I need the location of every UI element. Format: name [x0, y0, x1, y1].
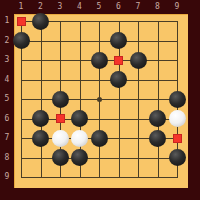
intersection-7-4[interactable] [129, 70, 148, 89]
coordinate-label-left: 9 [2, 172, 12, 182]
coordinate-label-top: 4 [75, 2, 85, 12]
black-stone [52, 91, 69, 108]
intersection-7-1[interactable] [129, 12, 148, 31]
intersection-4-3[interactable] [70, 51, 89, 70]
intersection-1-9[interactable] [12, 168, 31, 187]
intersection-8-3[interactable] [148, 51, 167, 70]
intersection-4-1[interactable] [70, 12, 89, 31]
black-stone [169, 91, 186, 108]
intersection-9-3[interactable] [168, 51, 187, 70]
intersection-5-1[interactable] [90, 12, 109, 31]
black-stone [71, 149, 88, 166]
coordinate-label-left: 5 [2, 94, 12, 104]
coordinate-label-top: 2 [36, 2, 46, 12]
black-stone [130, 52, 147, 69]
go-game-screen: 123456789123456789 [0, 0, 200, 200]
coordinate-label-top: 5 [94, 2, 104, 12]
intersection-3-9[interactable] [51, 168, 70, 187]
coordinate-label-left: 4 [2, 75, 12, 85]
intersection-6-8[interactable] [109, 148, 128, 167]
red-square-marker [17, 17, 26, 26]
red-square-marker [56, 114, 65, 123]
intersection-8-5[interactable] [148, 90, 167, 109]
intersection-7-8[interactable] [129, 148, 148, 167]
black-stone [169, 149, 186, 166]
intersection-6-9[interactable] [109, 168, 128, 187]
coordinate-label-left: 1 [2, 16, 12, 26]
black-stone [32, 13, 49, 30]
intersection-4-9[interactable] [70, 168, 89, 187]
coordinate-label-top: 3 [55, 2, 65, 12]
coordinate-label-top: 1 [16, 2, 26, 12]
black-stone [32, 130, 49, 147]
intersection-7-6[interactable] [129, 109, 148, 128]
intersection-8-9[interactable] [148, 168, 167, 187]
intersection-4-5[interactable] [70, 90, 89, 109]
coordinate-label-left: 2 [2, 36, 12, 46]
intersection-5-6[interactable] [90, 109, 109, 128]
black-stone [149, 110, 166, 127]
intersection-4-2[interactable] [70, 31, 89, 50]
black-stone [52, 149, 69, 166]
intersection-1-7[interactable] [12, 129, 31, 148]
coordinate-label-left: 6 [2, 114, 12, 124]
black-stone [71, 110, 88, 127]
intersection-2-9[interactable] [31, 168, 50, 187]
go-board [14, 14, 188, 188]
intersection-2-3[interactable] [31, 51, 50, 70]
intersection-2-8[interactable] [31, 148, 50, 167]
intersection-1-6[interactable] [12, 109, 31, 128]
coordinate-label-top: 6 [114, 2, 124, 12]
intersection-4-4[interactable] [70, 70, 89, 89]
white-stone [52, 130, 69, 147]
intersection-6-1[interactable] [109, 12, 128, 31]
intersection-1-3[interactable] [12, 51, 31, 70]
intersection-7-9[interactable] [129, 168, 148, 187]
intersection-7-2[interactable] [129, 31, 148, 50]
intersection-7-7[interactable] [129, 129, 148, 148]
black-stone [110, 32, 127, 49]
intersection-3-4[interactable] [51, 70, 70, 89]
intersection-5-5[interactable] [90, 90, 109, 109]
intersection-7-5[interactable] [129, 90, 148, 109]
intersection-2-4[interactable] [31, 70, 50, 89]
intersection-1-5[interactable] [12, 90, 31, 109]
intersection-3-3[interactable] [51, 51, 70, 70]
black-stone [91, 130, 108, 147]
intersection-9-1[interactable] [168, 12, 187, 31]
intersection-2-5[interactable] [31, 90, 50, 109]
intersection-9-9[interactable] [168, 168, 187, 187]
intersection-8-1[interactable] [148, 12, 167, 31]
black-stone [91, 52, 108, 69]
coordinate-label-top: 7 [133, 2, 143, 12]
intersection-6-5[interactable] [109, 90, 128, 109]
intersection-3-2[interactable] [51, 31, 70, 50]
coordinate-label-left: 8 [2, 153, 12, 163]
intersection-5-2[interactable] [90, 31, 109, 50]
intersection-5-4[interactable] [90, 70, 109, 89]
red-square-marker [173, 134, 182, 143]
coordinate-label-left: 3 [2, 55, 12, 65]
intersection-1-4[interactable] [12, 70, 31, 89]
black-stone [32, 110, 49, 127]
coordinate-label-left: 7 [2, 133, 12, 143]
intersection-8-4[interactable] [148, 70, 167, 89]
red-square-marker [114, 56, 123, 65]
intersection-9-2[interactable] [168, 31, 187, 50]
intersection-8-8[interactable] [148, 148, 167, 167]
coordinate-label-top: 8 [153, 2, 163, 12]
intersection-2-2[interactable] [31, 31, 50, 50]
intersection-1-8[interactable] [12, 148, 31, 167]
black-stone [149, 130, 166, 147]
intersection-3-1[interactable] [51, 12, 70, 31]
white-stone [71, 130, 88, 147]
coordinate-label-top: 9 [172, 2, 182, 12]
black-stone [13, 32, 30, 49]
intersection-5-9[interactable] [90, 168, 109, 187]
intersection-6-6[interactable] [109, 109, 128, 128]
intersection-5-8[interactable] [90, 148, 109, 167]
intersection-9-4[interactable] [168, 70, 187, 89]
intersection-8-2[interactable] [148, 31, 167, 50]
black-stone [110, 71, 127, 88]
intersection-6-7[interactable] [109, 129, 128, 148]
white-stone [169, 110, 186, 127]
